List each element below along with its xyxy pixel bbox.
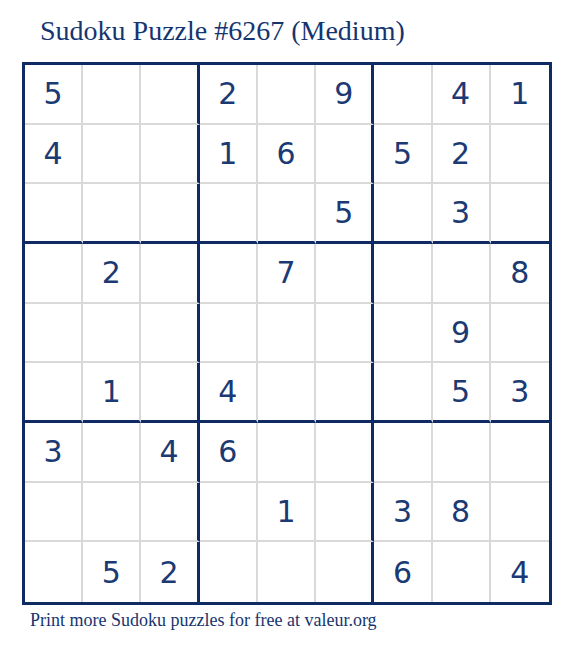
sudoku-cell-r4c2: 2	[83, 244, 141, 304]
sudoku-cell-r7c9	[491, 423, 549, 483]
sudoku-cell-r2c8: 2	[433, 125, 491, 185]
sudoku-cell-r1c4: 2	[200, 65, 258, 125]
sudoku-cell-r4c1	[25, 244, 83, 304]
sudoku-cell-r5c4	[200, 304, 258, 364]
sudoku-cell-r6c8: 5	[433, 363, 491, 423]
sudoku-cell-r7c5	[258, 423, 316, 483]
sudoku-cell-r1c2	[83, 65, 141, 125]
sudoku-cell-r4c9: 8	[491, 244, 549, 304]
sudoku-cell-r5c2	[83, 304, 141, 364]
sudoku-cell-r3c3	[141, 184, 199, 244]
sudoku-cell-r3c8: 3	[433, 184, 491, 244]
sudoku-cell-r5c3	[141, 304, 199, 364]
sudoku-cell-r2c6	[316, 125, 374, 185]
sudoku-cell-r6c3	[141, 363, 199, 423]
sudoku-cell-r4c6	[316, 244, 374, 304]
sudoku-cell-r6c9: 3	[491, 363, 549, 423]
sudoku-cell-r9c2: 5	[83, 542, 141, 602]
sudoku-cell-r7c2	[83, 423, 141, 483]
sudoku-cell-r7c8	[433, 423, 491, 483]
sudoku-cell-r6c2: 1	[83, 363, 141, 423]
sudoku-cell-r6c4: 4	[200, 363, 258, 423]
footer-credit: Print more Sudoku puzzles for free at va…	[30, 610, 377, 631]
sudoku-cell-r6c7	[374, 363, 432, 423]
sudoku-cell-r7c3: 4	[141, 423, 199, 483]
sudoku-cell-r9c3: 2	[141, 542, 199, 602]
sudoku-cell-r1c7	[374, 65, 432, 125]
sudoku-cell-r2c9	[491, 125, 549, 185]
sudoku-cell-r7c1: 3	[25, 423, 83, 483]
sudoku-cell-r1c8: 4	[433, 65, 491, 125]
sudoku-cell-r7c6	[316, 423, 374, 483]
sudoku-cell-r6c1	[25, 363, 83, 423]
sudoku-cell-r3c1	[25, 184, 83, 244]
sudoku-cell-r8c7: 3	[374, 483, 432, 543]
sudoku-cell-r5c6	[316, 304, 374, 364]
sudoku-cell-r3c9	[491, 184, 549, 244]
sudoku-cell-r8c9	[491, 483, 549, 543]
sudoku-cell-r9c7: 6	[374, 542, 432, 602]
sudoku-cell-r1c1: 5	[25, 65, 83, 125]
sudoku-cell-r3c4	[200, 184, 258, 244]
sudoku-cell-r1c5	[258, 65, 316, 125]
sudoku-cell-r8c5: 1	[258, 483, 316, 543]
sudoku-cell-r5c5	[258, 304, 316, 364]
sudoku-cell-r8c3	[141, 483, 199, 543]
sudoku-cell-r2c2	[83, 125, 141, 185]
sudoku-cell-r6c5	[258, 363, 316, 423]
sudoku-cell-r5c8: 9	[433, 304, 491, 364]
sudoku-cell-r1c9: 1	[491, 65, 549, 125]
sudoku-cell-r1c3	[141, 65, 199, 125]
sudoku-cell-r4c3	[141, 244, 199, 304]
sudoku-cell-r2c1: 4	[25, 125, 83, 185]
page-title: Sudoku Puzzle #6267 (Medium)	[40, 14, 405, 48]
sudoku-cell-r8c2	[83, 483, 141, 543]
sudoku-cell-r4c8	[433, 244, 491, 304]
sudoku-cell-r3c6: 5	[316, 184, 374, 244]
sudoku-cell-r6c6	[316, 363, 374, 423]
sudoku-cell-r2c5: 6	[258, 125, 316, 185]
sudoku-cell-r9c4	[200, 542, 258, 602]
sudoku-cell-r4c4	[200, 244, 258, 304]
sudoku-cell-r3c5	[258, 184, 316, 244]
sudoku-cell-r5c9	[491, 304, 549, 364]
sudoku-board: 529414165253278914533461385264	[22, 62, 552, 605]
sudoku-cell-r2c7: 5	[374, 125, 432, 185]
sudoku-cell-r8c1	[25, 483, 83, 543]
sudoku-cell-r8c6	[316, 483, 374, 543]
sudoku-cell-r5c1	[25, 304, 83, 364]
sudoku-cell-r7c7	[374, 423, 432, 483]
sudoku-cell-r3c2	[83, 184, 141, 244]
sudoku-cell-r5c7	[374, 304, 432, 364]
sudoku-cell-r8c8: 8	[433, 483, 491, 543]
sudoku-cell-r9c6	[316, 542, 374, 602]
sudoku-cell-r3c7	[374, 184, 432, 244]
sudoku-cell-r9c8	[433, 542, 491, 602]
sudoku-cell-r9c9: 4	[491, 542, 549, 602]
sudoku-cell-r8c4	[200, 483, 258, 543]
sudoku-cell-r4c7	[374, 244, 432, 304]
sudoku-cell-r2c3	[141, 125, 199, 185]
sudoku-cell-r9c1	[25, 542, 83, 602]
sudoku-cell-r2c4: 1	[200, 125, 258, 185]
sudoku-cell-r9c5	[258, 542, 316, 602]
sudoku-cell-r7c4: 6	[200, 423, 258, 483]
sudoku-cell-r4c5: 7	[258, 244, 316, 304]
sudoku-cell-r1c6: 9	[316, 65, 374, 125]
